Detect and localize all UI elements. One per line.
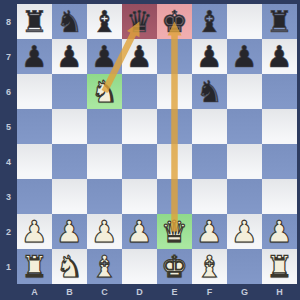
file-label-B: B bbox=[52, 287, 87, 297]
black-pawn-d7[interactable]: ♟ bbox=[122, 39, 157, 74]
white-pawn-b2[interactable]: ♟ bbox=[52, 214, 87, 249]
square-e5[interactable] bbox=[157, 109, 192, 144]
white-bishop-f1[interactable]: ♝ bbox=[192, 249, 227, 284]
black-rook-h8[interactable]: ♜ bbox=[262, 4, 297, 39]
file-label-C: C bbox=[87, 287, 122, 297]
file-label-D: D bbox=[122, 287, 157, 297]
square-f4[interactable] bbox=[192, 144, 227, 179]
square-a6[interactable] bbox=[17, 74, 52, 109]
white-knight-c6[interactable]: ♞ bbox=[87, 74, 122, 109]
square-a3[interactable] bbox=[17, 179, 52, 214]
white-pawn-d2[interactable]: ♟ bbox=[122, 214, 157, 249]
square-d3[interactable] bbox=[122, 179, 157, 214]
black-pawn-a7[interactable]: ♟ bbox=[17, 39, 52, 74]
square-b5[interactable] bbox=[52, 109, 87, 144]
square-d5[interactable] bbox=[122, 109, 157, 144]
black-bishop-f8[interactable]: ♝ bbox=[192, 4, 227, 39]
square-b6[interactable] bbox=[52, 74, 87, 109]
square-a8[interactable]: ♜ bbox=[17, 4, 52, 39]
chess-board[interactable]: ♜♞♝♛♚♝♜♟♟♟♟♟♟♟♞♞♟♟♟♟♛♟♟♟♜♞♝♚♝♜ bbox=[17, 4, 297, 284]
square-g4[interactable] bbox=[227, 144, 262, 179]
black-bishop-c8[interactable]: ♝ bbox=[87, 4, 122, 39]
white-pawn-g2[interactable]: ♟ bbox=[227, 214, 262, 249]
square-d7[interactable]: ♟ bbox=[122, 39, 157, 74]
square-a4[interactable] bbox=[17, 144, 52, 179]
square-h2[interactable]: ♟ bbox=[262, 214, 297, 249]
white-knight-b1[interactable]: ♞ bbox=[52, 249, 87, 284]
square-b1[interactable]: ♞ bbox=[52, 249, 87, 284]
rank-label-6: 6 bbox=[0, 87, 17, 97]
square-h1[interactable]: ♜ bbox=[262, 249, 297, 284]
square-f5[interactable] bbox=[192, 109, 227, 144]
white-rook-h1[interactable]: ♜ bbox=[262, 249, 297, 284]
square-h7[interactable]: ♟ bbox=[262, 39, 297, 74]
rank-label-7: 7 bbox=[0, 52, 17, 62]
square-d8[interactable]: ♛ bbox=[122, 4, 157, 39]
black-rook-a8[interactable]: ♜ bbox=[17, 4, 52, 39]
square-c2[interactable]: ♟ bbox=[87, 214, 122, 249]
square-f8[interactable]: ♝ bbox=[192, 4, 227, 39]
board-frame: ♜♞♝♛♚♝♜♟♟♟♟♟♟♟♞♞♟♟♟♟♛♟♟♟♜♞♝♚♝♜ 87654321 … bbox=[0, 0, 300, 300]
black-queen-d8[interactable]: ♛ bbox=[122, 4, 157, 39]
square-b8[interactable]: ♞ bbox=[52, 4, 87, 39]
black-pawn-f7[interactable]: ♟ bbox=[192, 39, 227, 74]
square-g2[interactable]: ♟ bbox=[227, 214, 262, 249]
square-e7[interactable] bbox=[157, 39, 192, 74]
square-f2[interactable]: ♟ bbox=[192, 214, 227, 249]
white-bishop-c1[interactable]: ♝ bbox=[87, 249, 122, 284]
square-f3[interactable] bbox=[192, 179, 227, 214]
square-c8[interactable]: ♝ bbox=[87, 4, 122, 39]
black-pawn-h7[interactable]: ♟ bbox=[262, 39, 297, 74]
white-pawn-a2[interactable]: ♟ bbox=[17, 214, 52, 249]
square-g1[interactable] bbox=[227, 249, 262, 284]
square-f1[interactable]: ♝ bbox=[192, 249, 227, 284]
square-d4[interactable] bbox=[122, 144, 157, 179]
white-queen-e2[interactable]: ♛ bbox=[157, 214, 192, 249]
rank-label-2: 2 bbox=[0, 227, 17, 237]
white-pawn-h2[interactable]: ♟ bbox=[262, 214, 297, 249]
square-d6[interactable] bbox=[122, 74, 157, 109]
file-label-F: F bbox=[192, 287, 227, 297]
rank-label-3: 3 bbox=[0, 192, 17, 202]
white-king-e1[interactable]: ♚ bbox=[157, 249, 192, 284]
square-e2[interactable]: ♛ bbox=[157, 214, 192, 249]
white-rook-a1[interactable]: ♜ bbox=[17, 249, 52, 284]
square-g8[interactable] bbox=[227, 4, 262, 39]
square-c4[interactable] bbox=[87, 144, 122, 179]
file-label-G: G bbox=[227, 287, 262, 297]
file-label-A: A bbox=[17, 287, 52, 297]
white-pawn-f2[interactable]: ♟ bbox=[192, 214, 227, 249]
rank-label-4: 4 bbox=[0, 157, 17, 167]
square-h6[interactable] bbox=[262, 74, 297, 109]
square-g5[interactable] bbox=[227, 109, 262, 144]
square-c6[interactable]: ♞ bbox=[87, 74, 122, 109]
rank-label-5: 5 bbox=[0, 122, 17, 132]
square-e4[interactable] bbox=[157, 144, 192, 179]
square-f6[interactable]: ♞ bbox=[192, 74, 227, 109]
black-knight-f6[interactable]: ♞ bbox=[192, 74, 227, 109]
rank-label-1: 1 bbox=[0, 262, 17, 272]
black-pawn-b7[interactable]: ♟ bbox=[52, 39, 87, 74]
square-c1[interactable]: ♝ bbox=[87, 249, 122, 284]
square-f7[interactable]: ♟ bbox=[192, 39, 227, 74]
square-e6[interactable] bbox=[157, 74, 192, 109]
square-e1[interactable]: ♚ bbox=[157, 249, 192, 284]
white-pawn-c2[interactable]: ♟ bbox=[87, 214, 122, 249]
square-a2[interactable]: ♟ bbox=[17, 214, 52, 249]
square-e3[interactable] bbox=[157, 179, 192, 214]
square-h3[interactable] bbox=[262, 179, 297, 214]
square-d1[interactable] bbox=[122, 249, 157, 284]
square-h4[interactable] bbox=[262, 144, 297, 179]
square-b4[interactable] bbox=[52, 144, 87, 179]
square-b7[interactable]: ♟ bbox=[52, 39, 87, 74]
square-g6[interactable] bbox=[227, 74, 262, 109]
square-c5[interactable] bbox=[87, 109, 122, 144]
square-e8[interactable]: ♚ bbox=[157, 4, 192, 39]
square-g7[interactable]: ♟ bbox=[227, 39, 262, 74]
square-a1[interactable]: ♜ bbox=[17, 249, 52, 284]
square-c3[interactable] bbox=[87, 179, 122, 214]
square-h8[interactable]: ♜ bbox=[262, 4, 297, 39]
square-b2[interactable]: ♟ bbox=[52, 214, 87, 249]
square-b3[interactable] bbox=[52, 179, 87, 214]
square-d2[interactable]: ♟ bbox=[122, 214, 157, 249]
square-c7[interactable]: ♟ bbox=[87, 39, 122, 74]
file-label-H: H bbox=[262, 287, 297, 297]
black-knight-b8[interactable]: ♞ bbox=[52, 4, 87, 39]
file-label-E: E bbox=[157, 287, 192, 297]
rank-label-8: 8 bbox=[0, 17, 17, 27]
black-king-e8[interactable]: ♚ bbox=[157, 4, 192, 39]
black-pawn-c7[interactable]: ♟ bbox=[87, 39, 122, 74]
black-pawn-g7[interactable]: ♟ bbox=[227, 39, 262, 74]
square-a5[interactable] bbox=[17, 109, 52, 144]
square-g3[interactable] bbox=[227, 179, 262, 214]
square-a7[interactable]: ♟ bbox=[17, 39, 52, 74]
square-h5[interactable] bbox=[262, 109, 297, 144]
